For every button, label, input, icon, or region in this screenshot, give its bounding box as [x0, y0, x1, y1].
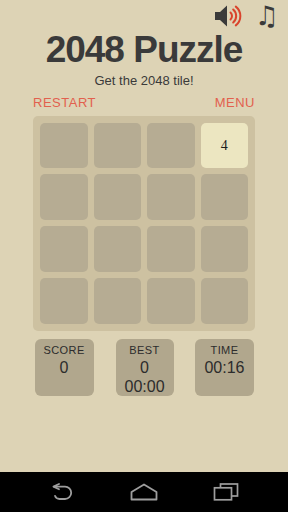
- board-cell: [40, 123, 88, 169]
- time-label: TIME: [204, 343, 244, 358]
- board-cell: [40, 226, 88, 272]
- board-cell: [201, 278, 249, 324]
- sound-icon[interactable]: [214, 4, 244, 28]
- time-value: 00:16: [204, 358, 244, 377]
- score-value: 0: [44, 358, 85, 377]
- board-cell: [147, 278, 195, 324]
- board-cell: [94, 226, 142, 272]
- board-cell: [94, 174, 142, 220]
- recents-button[interactable]: [213, 483, 239, 501]
- android-navbar: [0, 472, 288, 512]
- score-label: SCORE: [44, 343, 85, 358]
- recents-icon: [213, 483, 239, 501]
- restart-button[interactable]: RESTART: [33, 95, 96, 110]
- time-box: TIME 00:16: [195, 339, 253, 396]
- back-icon: [49, 483, 75, 501]
- best-box: BEST 0 00:00: [116, 339, 174, 396]
- back-button[interactable]: [49, 483, 75, 501]
- board-cell: [94, 123, 142, 169]
- board-cell: [147, 123, 195, 169]
- best-value: 0: [125, 358, 165, 377]
- best-label: BEST: [125, 343, 165, 358]
- board-cell: [147, 174, 195, 220]
- status-icons: ♫: [214, 4, 279, 28]
- board-cell: [94, 278, 142, 324]
- game-board[interactable]: 4: [33, 116, 255, 331]
- phone-screen: ♫ 2048 Puzzle Get the 2048 tile! RESTART…: [0, 0, 288, 512]
- tile-4: 4: [201, 123, 249, 169]
- board-cell: [201, 174, 249, 220]
- board-cell: [147, 226, 195, 272]
- board-cell: [40, 278, 88, 324]
- best-time-value: 00:00: [125, 377, 165, 396]
- menu-button[interactable]: MENU: [215, 95, 255, 110]
- board-cell: [40, 174, 88, 220]
- stats-row: SCORE 0 BEST 0 00:00 TIME 00:16: [35, 339, 254, 396]
- board-cell: [201, 226, 249, 272]
- music-icon[interactable]: ♫: [255, 4, 279, 28]
- score-box: SCORE 0: [35, 339, 94, 396]
- controls-row: RESTART MENU: [33, 95, 255, 110]
- home-button[interactable]: [129, 483, 159, 501]
- app-subtitle: Get the 2048 tile!: [0, 73, 288, 88]
- home-icon: [129, 483, 159, 501]
